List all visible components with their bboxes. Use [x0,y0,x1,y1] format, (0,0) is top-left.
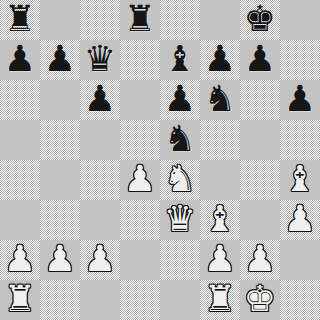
square-f6[interactable]: ♞ [200,80,240,120]
black-rook-icon: ♜ [124,1,156,37]
square-h3[interactable]: ♟ [280,200,320,240]
square-b7[interactable]: ♟ [40,40,80,80]
black-queen-icon: ♛ [84,41,116,77]
square-d3[interactable] [120,200,160,240]
white-bishop-icon: ♝ [204,201,236,237]
white-pawn-icon: ♟ [4,241,36,277]
square-a4[interactable] [0,160,40,200]
square-a8[interactable]: ♜ [0,0,40,40]
square-g5[interactable] [240,120,280,160]
white-bishop-icon: ♝ [284,161,316,197]
square-g2[interactable]: ♟ [240,240,280,280]
square-b4[interactable] [40,160,80,200]
chess-board: ♜♜♚♟♟♛♝♟♟♟♟♞♟♞♟♞♝♛♝♟♟♟♟♟♟♜♜♚ [0,0,320,320]
white-knight-icon: ♞ [164,161,196,197]
square-f5[interactable] [200,120,240,160]
square-f4[interactable] [200,160,240,200]
black-pawn-icon: ♟ [44,41,76,77]
square-e8[interactable] [160,0,200,40]
square-h4[interactable]: ♝ [280,160,320,200]
white-pawn-icon: ♟ [124,161,156,197]
black-pawn-icon: ♟ [284,81,316,117]
black-pawn-icon: ♟ [204,41,236,77]
white-pawn-icon: ♟ [284,201,316,237]
square-h6[interactable]: ♟ [280,80,320,120]
square-h8[interactable] [280,0,320,40]
square-c7[interactable]: ♛ [80,40,120,80]
square-a5[interactable] [0,120,40,160]
white-pawn-icon: ♟ [44,241,76,277]
square-a1[interactable]: ♜ [0,280,40,320]
square-b2[interactable]: ♟ [40,240,80,280]
black-pawn-icon: ♟ [164,81,196,117]
square-f2[interactable]: ♟ [200,240,240,280]
black-knight-icon: ♞ [164,121,196,157]
white-pawn-icon: ♟ [204,241,236,277]
square-f8[interactable] [200,0,240,40]
square-a6[interactable] [0,80,40,120]
square-e5[interactable]: ♞ [160,120,200,160]
square-b3[interactable] [40,200,80,240]
square-h5[interactable] [280,120,320,160]
square-c3[interactable] [80,200,120,240]
square-d2[interactable] [120,240,160,280]
square-h7[interactable] [280,40,320,80]
black-pawn-icon: ♟ [84,81,116,117]
square-d5[interactable] [120,120,160,160]
square-c8[interactable] [80,0,120,40]
square-a2[interactable]: ♟ [0,240,40,280]
square-f7[interactable]: ♟ [200,40,240,80]
square-f1[interactable]: ♜ [200,280,240,320]
white-pawn-icon: ♟ [244,241,276,277]
white-rook-icon: ♜ [4,281,36,317]
square-c4[interactable] [80,160,120,200]
square-c1[interactable] [80,280,120,320]
square-e4[interactable]: ♞ [160,160,200,200]
white-queen-icon: ♛ [164,201,196,237]
square-g6[interactable] [240,80,280,120]
square-d6[interactable] [120,80,160,120]
square-b8[interactable] [40,0,80,40]
square-c6[interactable]: ♟ [80,80,120,120]
square-a3[interactable] [0,200,40,240]
square-h1[interactable] [280,280,320,320]
square-e1[interactable] [160,280,200,320]
square-d4[interactable]: ♟ [120,160,160,200]
white-king-icon: ♚ [244,281,276,317]
black-bishop-icon: ♝ [164,41,196,77]
square-e2[interactable] [160,240,200,280]
square-e7[interactable]: ♝ [160,40,200,80]
square-g4[interactable] [240,160,280,200]
black-pawn-icon: ♟ [244,41,276,77]
square-g8[interactable]: ♚ [240,0,280,40]
square-g7[interactable]: ♟ [240,40,280,80]
square-d7[interactable] [120,40,160,80]
square-h2[interactable] [280,240,320,280]
square-b1[interactable] [40,280,80,320]
square-e6[interactable]: ♟ [160,80,200,120]
square-b5[interactable] [40,120,80,160]
black-rook-icon: ♜ [4,1,36,37]
black-knight-icon: ♞ [204,81,236,117]
black-king-icon: ♚ [244,1,276,37]
square-e3[interactable]: ♛ [160,200,200,240]
square-d8[interactable]: ♜ [120,0,160,40]
square-a7[interactable]: ♟ [0,40,40,80]
white-rook-icon: ♜ [204,281,236,317]
black-pawn-icon: ♟ [4,41,36,77]
square-g1[interactable]: ♚ [240,280,280,320]
white-pawn-icon: ♟ [84,241,116,277]
square-g3[interactable] [240,200,280,240]
square-b6[interactable] [40,80,80,120]
square-c2[interactable]: ♟ [80,240,120,280]
square-c5[interactable] [80,120,120,160]
square-f3[interactable]: ♝ [200,200,240,240]
square-d1[interactable] [120,280,160,320]
